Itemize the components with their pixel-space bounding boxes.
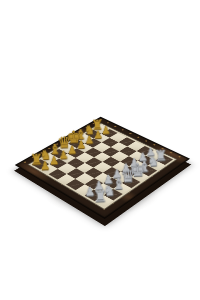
camera-tilt: ♜♟♟♜♞♟♟♞♝♟♟♝♚♟♟♚♛♟♟♛♝♟♟♝♞♟♟♞♜♟♟♜ [0,0,200,300]
square-h8: ♜ [155,155,173,165]
square-f8: ♝ [139,166,157,177]
gold-rook: ♜ [30,152,43,166]
gold-queen: ♛ [57,135,70,151]
board-border-frame: ♜♟♟♜♞♟♟♞♝♟♟♝♚♟♟♚♛♟♟♛♝♟♟♝♞♟♟♞♜♟♟♜ [15,117,190,219]
board-ivory-trim: ♜♟♟♜♞♟♟♞♝♟♟♝♚♟♟♚♛♟♟♛♝♟♟♝♞♟♟♞♜♟♟♜ [28,123,178,210]
product-photo: ♜♟♟♜♞♟♟♞♝♟♟♝♚♟♟♚♛♟♟♛♝♟♟♝♞♟♟♞♜♟♟♜ [0,0,200,300]
chess-board: ♜♟♟♜♞♟♟♞♝♟♟♝♚♟♟♚♛♟♟♛♝♟♟♝♞♟♟♞♜♟♟♜ [15,117,190,219]
perspective-scene: ♜♟♟♜♞♟♟♞♝♟♟♝♚♟♟♚♛♟♟♛♝♟♟♝♞♟♟♞♜♟♟♜ [0,0,200,300]
